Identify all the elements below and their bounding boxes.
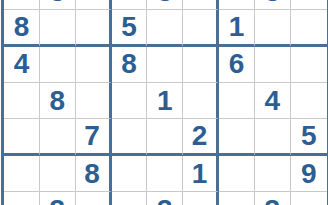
cell-r4c9[interactable]	[291, 47, 327, 83]
cell-r2c1[interactable]	[4, 0, 40, 10]
digit-given: 9	[301, 160, 317, 188]
digit-cutoff: 3	[157, 0, 173, 6]
cell-r5c6[interactable]	[183, 83, 219, 119]
digit-given: 5	[121, 13, 137, 41]
cell-r8c2[interactable]: 3	[40, 192, 76, 205]
digit-cutoff: 3	[49, 0, 65, 6]
digit-given: 8	[121, 50, 137, 78]
cell-r6c2[interactable]	[40, 119, 76, 155]
cell-r5c7[interactable]	[219, 83, 255, 119]
sudoku-board: 333851486814725819333	[1, 0, 328, 205]
cell-r2c9[interactable]	[291, 0, 327, 10]
cell-r7c7[interactable]	[219, 156, 255, 192]
cell-r7c2[interactable]	[40, 156, 76, 192]
cell-r5c9[interactable]	[291, 83, 327, 119]
cell-r4c6[interactable]	[183, 47, 219, 83]
cell-r2c2[interactable]: 3	[40, 0, 76, 10]
cell-r3c9[interactable]	[291, 10, 327, 46]
cell-r6c8[interactable]	[255, 119, 291, 155]
cell-r3c7[interactable]: 1	[219, 10, 255, 46]
digit-given: 5	[301, 122, 317, 150]
digit-given: 4	[265, 87, 281, 115]
digit-given: 4	[14, 50, 30, 78]
cell-r7c3[interactable]: 8	[76, 156, 112, 192]
cell-r5c4[interactable]	[112, 83, 148, 119]
cell-r6c4[interactable]	[112, 119, 148, 155]
cell-r3c8[interactable]	[255, 10, 291, 46]
digit-cutoff: 3	[49, 196, 65, 205]
cell-r2c7[interactable]	[219, 0, 255, 10]
digit-given: 1	[157, 87, 173, 115]
cell-r3c4[interactable]: 5	[112, 10, 148, 46]
cell-r5c5[interactable]: 1	[147, 83, 183, 119]
cell-r2c6[interactable]	[183, 0, 219, 10]
cell-r8c5[interactable]: 3	[147, 192, 183, 205]
cell-r8c9[interactable]	[291, 192, 327, 205]
cell-r3c6[interactable]	[183, 10, 219, 46]
digit-given: 8	[84, 160, 100, 188]
cell-r3c1[interactable]: 8	[4, 10, 40, 46]
cell-r8c1[interactable]	[4, 192, 40, 205]
cell-r7c6[interactable]: 1	[183, 156, 219, 192]
cell-r5c3[interactable]	[76, 83, 112, 119]
cell-r6c6[interactable]: 2	[183, 119, 219, 155]
cell-r6c1[interactable]	[4, 119, 40, 155]
cell-r4c4[interactable]: 8	[112, 47, 148, 83]
cell-r8c4[interactable]	[112, 192, 148, 205]
digit-given: 1	[229, 13, 245, 41]
cell-r5c1[interactable]	[4, 83, 40, 119]
cell-r8c6[interactable]	[183, 192, 219, 205]
cell-r3c5[interactable]	[147, 10, 183, 46]
cell-r6c5[interactable]	[147, 119, 183, 155]
cell-r7c1[interactable]	[4, 156, 40, 192]
cell-r2c4[interactable]	[112, 0, 148, 10]
cell-r4c5[interactable]	[147, 47, 183, 83]
cell-r4c7[interactable]: 6	[219, 47, 255, 83]
cell-r2c3[interactable]	[76, 0, 112, 10]
digit-given: 1	[192, 160, 208, 188]
digit-given: 8	[49, 87, 65, 115]
cell-r4c1[interactable]: 4	[4, 47, 40, 83]
digit-cutoff: 3	[265, 0, 281, 6]
cell-r3c2[interactable]	[40, 10, 76, 46]
cell-r4c3[interactable]	[76, 47, 112, 83]
digit-given: 8	[14, 13, 30, 41]
cell-r2c5[interactable]: 3	[147, 0, 183, 10]
digit-given: 2	[192, 122, 208, 150]
cell-r3c3[interactable]	[76, 10, 112, 46]
digit-given: 7	[84, 122, 100, 150]
digit-given: 6	[229, 50, 245, 78]
digit-cutoff: 3	[265, 196, 281, 205]
cell-r4c8[interactable]	[255, 47, 291, 83]
cell-r4c2[interactable]	[40, 47, 76, 83]
cell-r6c3[interactable]: 7	[76, 119, 112, 155]
cell-r6c7[interactable]	[219, 119, 255, 155]
cell-r7c9[interactable]: 9	[291, 156, 327, 192]
cell-r6c9[interactable]: 5	[291, 119, 327, 155]
sudoku-board-viewport: 333851486814725819333	[0, 0, 328, 205]
cell-r7c4[interactable]	[112, 156, 148, 192]
cell-r8c3[interactable]	[76, 192, 112, 205]
digit-cutoff: 3	[157, 196, 173, 205]
cell-r8c8[interactable]: 3	[255, 192, 291, 205]
cell-r7c5[interactable]	[147, 156, 183, 192]
cell-r7c8[interactable]	[255, 156, 291, 192]
cell-r5c2[interactable]: 8	[40, 83, 76, 119]
cell-r2c8[interactable]: 3	[255, 0, 291, 10]
cell-r8c7[interactable]	[219, 192, 255, 205]
cell-r5c8[interactable]: 4	[255, 83, 291, 119]
